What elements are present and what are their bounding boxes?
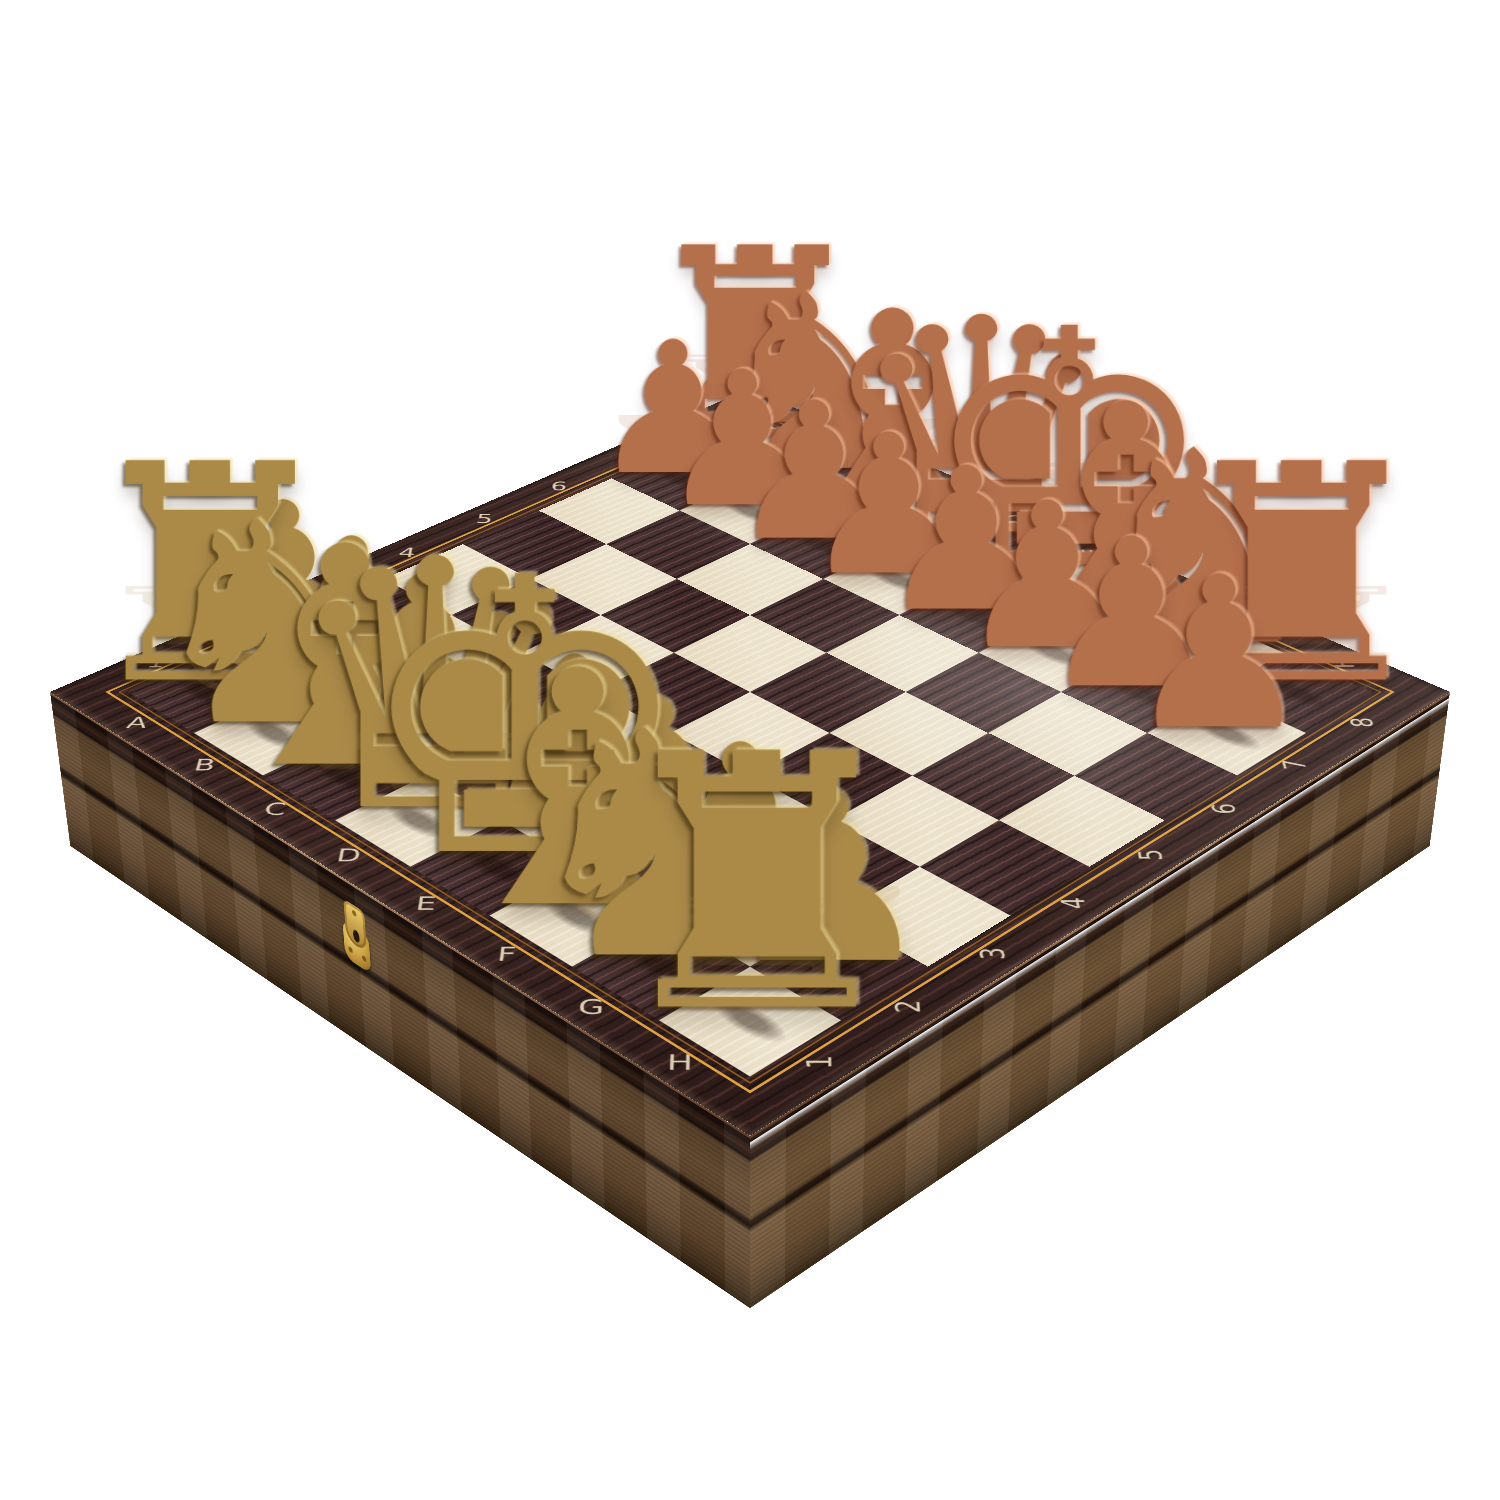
square-h7[interactable]: ♟♟ bbox=[1147, 692, 1306, 776]
chess-board-box: ABCDEFGH ABCDEFGH 12345678 12345678 ♜♜♞♞… bbox=[50, 388, 1450, 1135]
piece-copper-pawn-h7[interactable]: ♟♟ bbox=[1096, 570, 1342, 738]
board-top-face: ABCDEFGH ABCDEFGH 12345678 12345678 ♜♜♞♞… bbox=[50, 388, 1450, 1135]
piece-reflection: ♜ bbox=[599, 891, 881, 987]
product-photo-stage: ABCDEFGH ABCDEFGH 12345678 12345678 ♜♜♞♞… bbox=[0, 0, 1500, 1500]
piece-gold-rook-h1[interactable]: ♜♜ bbox=[599, 745, 881, 1027]
scene: ABCDEFGH ABCDEFGH 12345678 12345678 ♜♜♞♞… bbox=[0, 0, 1500, 1500]
piece-reflection: ♟ bbox=[1096, 657, 1342, 714]
